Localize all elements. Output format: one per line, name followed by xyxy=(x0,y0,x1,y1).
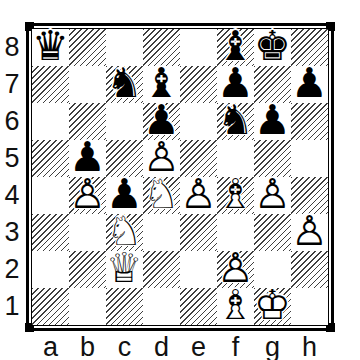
square-h3[interactable]: ♟♙ xyxy=(291,214,328,251)
square-c2[interactable]: ♛♕ xyxy=(106,251,143,288)
square-f4[interactable]: ♝♗ xyxy=(217,177,254,214)
white-king-g1[interactable]: ♚♔ xyxy=(254,288,291,325)
rank-label-4: 4 xyxy=(0,177,24,214)
rank-label-7: 7 xyxy=(0,66,24,103)
file-label-b: b xyxy=(69,332,106,360)
square-h2[interactable] xyxy=(291,251,328,288)
rank-label-8: 8 xyxy=(0,29,24,66)
file-label-f: f xyxy=(217,332,254,360)
piece-glyph: ♙ xyxy=(180,173,217,214)
rank-label-5: 5 xyxy=(0,140,24,177)
black-knight-f6[interactable]: ♞♞ xyxy=(217,103,254,140)
piece-glyph: ♟ xyxy=(254,99,291,140)
square-d2[interactable] xyxy=(143,251,180,288)
square-h1[interactable] xyxy=(291,288,328,325)
piece-glyph: ♙ xyxy=(69,173,106,214)
square-g3[interactable] xyxy=(254,214,291,251)
square-d3[interactable] xyxy=(143,214,180,251)
white-knight-d4[interactable]: ♞♘ xyxy=(143,177,180,214)
rank-label-1: 1 xyxy=(0,288,24,325)
white-queen-c2[interactable]: ♛♕ xyxy=(106,251,143,288)
piece-glyph: ♛ xyxy=(32,25,69,66)
piece-glyph: ♞ xyxy=(217,99,254,140)
white-pawn-g4[interactable]: ♟♙ xyxy=(254,177,291,214)
piece-glyph: ♞ xyxy=(106,62,143,103)
square-b4[interactable]: ♟♙ xyxy=(69,177,106,214)
square-e7[interactable] xyxy=(180,66,217,103)
black-pawn-h7[interactable]: ♟♟ xyxy=(291,66,328,103)
black-knight-c7[interactable]: ♞♞ xyxy=(106,66,143,103)
square-a6[interactable] xyxy=(32,103,69,140)
white-bishop-f4[interactable]: ♝♗ xyxy=(217,177,254,214)
file-label-g: g xyxy=(254,332,291,360)
white-pawn-e4[interactable]: ♟♙ xyxy=(180,177,217,214)
square-e2[interactable] xyxy=(180,251,217,288)
rank-labels: 87654321 xyxy=(0,29,24,325)
square-f1[interactable]: ♝♗ xyxy=(217,288,254,325)
square-b3[interactable] xyxy=(69,214,106,251)
square-b1[interactable] xyxy=(69,288,106,325)
chess-diagram: 87654321 ♛♛♝♝♚♚♞♞♝♝♟♟♟♟♟♟♞♞♟♟♟♟♟♙♟♙♟♟♞♘♟… xyxy=(0,0,360,360)
piece-glyph: ♙ xyxy=(291,210,328,251)
black-pawn-g6[interactable]: ♟♟ xyxy=(254,103,291,140)
square-a8[interactable]: ♛♛ xyxy=(32,29,69,66)
piece-glyph: ♔ xyxy=(254,284,291,325)
square-g1[interactable]: ♚♔ xyxy=(254,288,291,325)
square-e3[interactable] xyxy=(180,214,217,251)
square-a2[interactable] xyxy=(32,251,69,288)
square-h6[interactable] xyxy=(291,103,328,140)
square-h7[interactable]: ♟♟ xyxy=(291,66,328,103)
square-d4[interactable]: ♞♘ xyxy=(143,177,180,214)
square-d1[interactable] xyxy=(143,288,180,325)
piece-glyph: ♗ xyxy=(217,173,254,214)
rank-label-2: 2 xyxy=(0,251,24,288)
square-c6[interactable] xyxy=(106,103,143,140)
file-label-d: d xyxy=(143,332,180,360)
square-h5[interactable] xyxy=(291,140,328,177)
white-pawn-h3[interactable]: ♟♙ xyxy=(291,214,328,251)
white-pawn-b4[interactable]: ♟♙ xyxy=(69,177,106,214)
square-a4[interactable] xyxy=(32,177,69,214)
piece-glyph: ♚ xyxy=(254,25,291,66)
piece-glyph: ♙ xyxy=(254,173,291,214)
square-a5[interactable] xyxy=(32,140,69,177)
rank-label-3: 3 xyxy=(0,214,24,251)
piece-glyph: ♟ xyxy=(291,62,328,103)
white-bishop-f1[interactable]: ♝♗ xyxy=(217,288,254,325)
square-a7[interactable] xyxy=(32,66,69,103)
piece-glyph: ♕ xyxy=(106,247,143,288)
square-g4[interactable]: ♟♙ xyxy=(254,177,291,214)
file-label-h: h xyxy=(291,332,328,360)
square-e1[interactable] xyxy=(180,288,217,325)
square-b2[interactable] xyxy=(69,251,106,288)
file-labels: abcdefgh xyxy=(32,332,328,360)
black-king-g8[interactable]: ♚♚ xyxy=(254,29,291,66)
square-b8[interactable] xyxy=(69,29,106,66)
piece-glyph: ♘ xyxy=(143,173,180,214)
black-queen-a8[interactable]: ♛♛ xyxy=(32,29,69,66)
rank-label-6: 6 xyxy=(0,103,24,140)
square-a3[interactable] xyxy=(32,214,69,251)
board-inner-border: ♛♛♝♝♚♚♞♞♝♝♟♟♟♟♟♟♞♞♟♟♟♟♟♙♟♙♟♟♞♘♟♙♝♗♟♙♞♘♟♙… xyxy=(31,28,329,326)
square-f6[interactable]: ♞♞ xyxy=(217,103,254,140)
file-label-e: e xyxy=(180,332,217,360)
board-frame: ♛♛♝♝♚♚♞♞♝♝♟♟♟♟♟♟♞♞♟♟♟♟♟♙♟♙♟♟♞♘♟♙♝♗♟♙♞♘♟♙… xyxy=(26,23,334,331)
square-c7[interactable]: ♞♞ xyxy=(106,66,143,103)
file-label-a: a xyxy=(32,332,69,360)
square-e4[interactable]: ♟♙ xyxy=(180,177,217,214)
square-c1[interactable] xyxy=(106,288,143,325)
square-e8[interactable] xyxy=(180,29,217,66)
piece-glyph: ♗ xyxy=(217,284,254,325)
square-a1[interactable] xyxy=(32,288,69,325)
square-b7[interactable] xyxy=(69,66,106,103)
file-label-c: c xyxy=(106,332,143,360)
square-g8[interactable]: ♚♚ xyxy=(254,29,291,66)
square-e6[interactable] xyxy=(180,103,217,140)
square-g6[interactable]: ♟♟ xyxy=(254,103,291,140)
chess-board[interactable]: ♛♛♝♝♚♚♞♞♝♝♟♟♟♟♟♟♞♞♟♟♟♟♟♙♟♙♟♟♞♘♟♙♝♗♟♙♞♘♟♙… xyxy=(32,29,328,325)
